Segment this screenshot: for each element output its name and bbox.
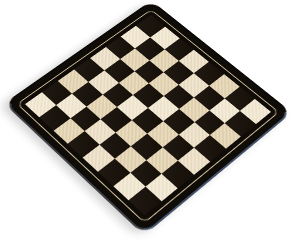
chess-board xyxy=(3,0,291,235)
board-photo xyxy=(0,0,300,240)
board-grid xyxy=(25,15,271,215)
